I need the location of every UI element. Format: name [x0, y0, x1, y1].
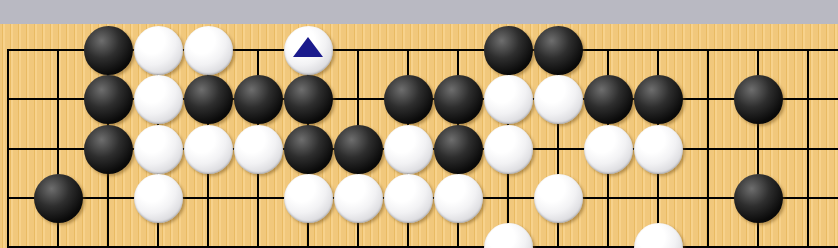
intersection-c13-r5[interactable]	[583, 223, 633, 248]
intersection-c12-r5[interactable]	[533, 223, 583, 248]
intersection-c2-r2[interactable]	[33, 75, 83, 124]
triangle-marker	[293, 37, 323, 57]
intersection-c1-r3[interactable]	[0, 125, 33, 174]
intersection-c8-r2[interactable]	[333, 75, 383, 124]
intersection-c15-r3[interactable]	[683, 125, 733, 174]
intersection-c3-r5[interactable]	[83, 223, 133, 248]
intersection-c5-r5[interactable]	[183, 223, 233, 248]
black-stone	[334, 125, 383, 174]
white-stone	[134, 75, 183, 124]
black-stone	[184, 75, 233, 124]
intersection-c9-r1[interactable]	[383, 26, 433, 75]
intersection-c7-r5[interactable]	[283, 223, 333, 248]
window-chrome-bar	[0, 0, 838, 24]
white-stone	[484, 223, 533, 248]
intersection-c17-r5[interactable]	[783, 223, 833, 248]
intersection-c1-r2[interactable]	[0, 75, 33, 124]
intersection-c17-r4[interactable]	[783, 174, 833, 223]
white-stone	[234, 125, 283, 174]
white-stone	[634, 125, 683, 174]
intersection-c17-r1[interactable]	[783, 26, 833, 75]
black-stone	[84, 75, 133, 124]
white-stone	[484, 75, 533, 124]
white-stone	[184, 26, 233, 75]
white-stone	[384, 174, 433, 223]
black-stone	[284, 125, 333, 174]
white-stone	[134, 174, 183, 223]
intersection-c9-r5[interactable]	[383, 223, 433, 248]
white-stone	[534, 174, 583, 223]
intersection-c14-r4[interactable]	[633, 174, 683, 223]
black-stone	[84, 125, 133, 174]
black-stone	[484, 26, 533, 75]
intersection-c2-r1[interactable]	[33, 26, 83, 75]
black-stone	[534, 26, 583, 75]
intersection-c1-r1[interactable]	[0, 26, 33, 75]
black-stone	[84, 26, 133, 75]
go-board[interactable]	[0, 24, 838, 248]
black-stone	[584, 75, 633, 124]
intersection-c5-r4[interactable]	[183, 174, 233, 223]
white-stone	[184, 125, 233, 174]
intersection-c15-r5[interactable]	[683, 223, 733, 248]
black-stone	[284, 75, 333, 124]
intersection-c13-r1[interactable]	[583, 26, 633, 75]
intersection-c17-r3[interactable]	[783, 125, 833, 174]
intersection-c12-r3[interactable]	[533, 125, 583, 174]
white-stone	[534, 75, 583, 124]
intersection-c8-r1[interactable]	[333, 26, 383, 75]
intersection-c10-r1[interactable]	[433, 26, 483, 75]
intersection-c16-r3[interactable]	[733, 125, 783, 174]
black-stone	[434, 125, 483, 174]
black-stone	[34, 174, 83, 223]
intersection-c1-r4[interactable]	[0, 174, 33, 223]
white-stone	[484, 125, 533, 174]
intersection-c4-r5[interactable]	[133, 223, 183, 248]
intersection-c16-r1[interactable]	[733, 26, 783, 75]
white-stone	[434, 174, 483, 223]
intersection-c15-r1[interactable]	[683, 26, 733, 75]
white-stone	[634, 223, 683, 248]
intersection-c1-r5[interactable]	[0, 223, 33, 248]
white-stone	[334, 174, 383, 223]
screenshot-root	[0, 0, 838, 248]
white-stone	[384, 125, 433, 174]
white-stone	[134, 26, 183, 75]
black-stone	[234, 75, 283, 124]
intersection-c16-r5[interactable]	[733, 223, 783, 248]
intersection-c6-r5[interactable]	[233, 223, 283, 248]
black-stone	[434, 75, 483, 124]
intersection-c2-r3[interactable]	[33, 125, 83, 174]
black-stone	[734, 174, 783, 223]
intersection-c17-r2[interactable]	[783, 75, 833, 124]
white-stone	[134, 125, 183, 174]
intersection-c6-r4[interactable]	[233, 174, 283, 223]
intersection-c14-r1[interactable]	[633, 26, 683, 75]
intersection-c15-r2[interactable]	[683, 75, 733, 124]
intersection-c10-r5[interactable]	[433, 223, 483, 248]
intersection-c2-r5[interactable]	[33, 223, 83, 248]
black-stone	[634, 75, 683, 124]
intersection-c6-r1[interactable]	[233, 26, 283, 75]
intersection-c13-r4[interactable]	[583, 174, 633, 223]
intersection-c3-r4[interactable]	[83, 174, 133, 223]
black-stone	[734, 75, 783, 124]
white-stone	[284, 174, 333, 223]
intersection-c8-r5[interactable]	[333, 223, 383, 248]
intersection-c11-r4[interactable]	[483, 174, 533, 223]
black-stone	[384, 75, 433, 124]
intersection-c15-r4[interactable]	[683, 174, 733, 223]
white-stone	[584, 125, 633, 174]
